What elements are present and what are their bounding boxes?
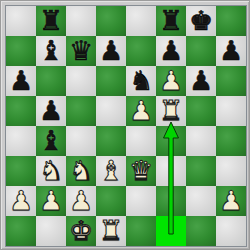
square-h8[interactable] — [216, 6, 246, 36]
piece-black-queen[interactable]: ♛ — [66, 36, 96, 66]
piece-white-pawn[interactable]: ♟ — [66, 186, 96, 216]
square-d7[interactable]: ♟ — [96, 36, 126, 66]
square-a7[interactable] — [6, 36, 36, 66]
square-b2[interactable]: ♟ — [36, 186, 66, 216]
square-a8[interactable] — [6, 6, 36, 36]
square-b8[interactable]: ♜ — [36, 6, 66, 36]
square-c6[interactable] — [66, 66, 96, 96]
piece-black-bishop[interactable]: ♝ — [36, 126, 66, 156]
square-e7[interactable] — [126, 36, 156, 66]
square-b3[interactable]: ♞ — [36, 156, 66, 186]
square-d1[interactable]: ♜ — [96, 216, 126, 246]
square-f8[interactable]: ♜ — [156, 6, 186, 36]
piece-black-rook[interactable]: ♜ — [36, 6, 66, 36]
square-c2[interactable]: ♟ — [66, 186, 96, 216]
piece-white-queen[interactable]: ♛ — [126, 156, 156, 186]
square-h1[interactable] — [216, 216, 246, 246]
square-c1[interactable]: ♚ — [66, 216, 96, 246]
square-e5[interactable]: ♟ — [126, 96, 156, 126]
piece-white-pawn[interactable]: ♟ — [6, 186, 36, 216]
square-c8[interactable] — [66, 6, 96, 36]
square-c7[interactable]: ♛ — [66, 36, 96, 66]
square-g3[interactable] — [186, 156, 216, 186]
piece-black-rook[interactable]: ♜ — [156, 6, 186, 36]
square-h6[interactable] — [216, 66, 246, 96]
square-c3[interactable]: ♞ — [66, 156, 96, 186]
square-h4[interactable] — [216, 126, 246, 156]
square-b7[interactable]: ♝ — [36, 36, 66, 66]
piece-black-pawn[interactable]: ♟ — [6, 66, 36, 96]
chess-board: ♜♜♚♝♛♟♟♟♟♞♟♟♟♟♜♝♞♞♝♛♟♟♟♟♚♜ — [6, 6, 246, 246]
square-e3[interactable]: ♛ — [126, 156, 156, 186]
piece-black-pawn[interactable]: ♟ — [216, 36, 246, 66]
square-f1[interactable] — [156, 216, 186, 246]
piece-black-pawn[interactable]: ♟ — [186, 66, 216, 96]
square-f2[interactable] — [156, 186, 186, 216]
square-a5[interactable] — [6, 96, 36, 126]
square-d8[interactable] — [96, 6, 126, 36]
piece-white-knight[interactable]: ♞ — [36, 156, 66, 186]
square-g5[interactable] — [186, 96, 216, 126]
square-b5[interactable]: ♟ — [36, 96, 66, 126]
square-a1[interactable] — [6, 216, 36, 246]
square-h7[interactable]: ♟ — [216, 36, 246, 66]
square-f6[interactable]: ♟ — [156, 66, 186, 96]
square-e1[interactable] — [126, 216, 156, 246]
square-g6[interactable]: ♟ — [186, 66, 216, 96]
square-b6[interactable] — [36, 66, 66, 96]
square-d4[interactable] — [96, 126, 126, 156]
chess-board-frame: ♜♜♚♝♛♟♟♟♟♞♟♟♟♟♜♝♞♞♝♛♟♟♟♟♚♜ — [0, 0, 250, 250]
square-c4[interactable] — [66, 126, 96, 156]
piece-white-knight[interactable]: ♞ — [66, 156, 96, 186]
piece-black-pawn[interactable]: ♟ — [96, 36, 126, 66]
square-g2[interactable] — [186, 186, 216, 216]
square-d6[interactable] — [96, 66, 126, 96]
square-g4[interactable] — [186, 126, 216, 156]
square-f5[interactable]: ♜ — [156, 96, 186, 126]
square-h2[interactable]: ♟ — [216, 186, 246, 216]
square-a2[interactable]: ♟ — [6, 186, 36, 216]
square-a4[interactable] — [6, 126, 36, 156]
square-f7[interactable]: ♟ — [156, 36, 186, 66]
square-c5[interactable] — [66, 96, 96, 126]
square-f3[interactable] — [156, 156, 186, 186]
piece-white-pawn[interactable]: ♟ — [216, 186, 246, 216]
piece-white-king[interactable]: ♚ — [66, 216, 96, 246]
piece-black-bishop[interactable]: ♝ — [36, 36, 66, 66]
square-e6[interactable]: ♞ — [126, 66, 156, 96]
square-a6[interactable]: ♟ — [6, 66, 36, 96]
square-f4[interactable] — [156, 126, 186, 156]
square-e4[interactable] — [126, 126, 156, 156]
piece-black-knight[interactable]: ♞ — [126, 66, 156, 96]
piece-black-king[interactable]: ♚ — [186, 6, 216, 36]
piece-white-rook[interactable]: ♜ — [156, 96, 186, 126]
square-a3[interactable] — [6, 156, 36, 186]
piece-black-pawn[interactable]: ♟ — [156, 36, 186, 66]
square-h5[interactable] — [216, 96, 246, 126]
piece-white-bishop[interactable]: ♝ — [96, 156, 126, 186]
square-g1[interactable] — [186, 216, 216, 246]
square-d3[interactable]: ♝ — [96, 156, 126, 186]
piece-white-pawn[interactable]: ♟ — [126, 96, 156, 126]
piece-white-rook[interactable]: ♜ — [96, 216, 126, 246]
piece-white-pawn[interactable]: ♟ — [36, 186, 66, 216]
square-g7[interactable] — [186, 36, 216, 66]
square-b4[interactable]: ♝ — [36, 126, 66, 156]
piece-white-pawn[interactable]: ♟ — [156, 66, 186, 96]
square-b1[interactable] — [36, 216, 66, 246]
square-h3[interactable] — [216, 156, 246, 186]
square-d2[interactable] — [96, 186, 126, 216]
square-g8[interactable]: ♚ — [186, 6, 216, 36]
piece-black-pawn[interactable]: ♟ — [36, 96, 66, 126]
square-e2[interactable] — [126, 186, 156, 216]
square-d5[interactable] — [96, 96, 126, 126]
square-e8[interactable] — [126, 6, 156, 36]
